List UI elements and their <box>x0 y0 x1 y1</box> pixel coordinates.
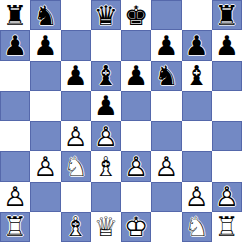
white-rook: ♜♖ <box>215 213 239 240</box>
white-pawn: ♟♙ <box>3 183 27 210</box>
black-knight: ♞ <box>33 2 57 29</box>
square-f1[interactable] <box>151 212 181 242</box>
black-pawn: ♟ <box>154 32 178 59</box>
black-queen: ♛ <box>94 2 118 29</box>
square-e7[interactable] <box>121 30 151 60</box>
chess-board: ♜♞♛♚♜♟♟♟♟♟♟♝♟♞♝♟♟♙♟♙♟♙♞♘♝♗♟♙♟♙♟♙♟♙♟♙♜♖♝♗… <box>0 0 242 242</box>
square-c7[interactable] <box>61 30 91 60</box>
black-pawn: ♟ <box>124 62 148 89</box>
black-pawn: ♟ <box>3 32 27 59</box>
square-e5[interactable] <box>121 91 151 121</box>
square-d1[interactable]: ♛♕ <box>91 212 121 242</box>
square-a3[interactable] <box>0 151 30 181</box>
square-c8[interactable] <box>61 0 91 30</box>
square-h3[interactable] <box>212 151 242 181</box>
black-knight: ♞ <box>154 62 178 89</box>
white-king: ♚♔ <box>124 213 148 240</box>
black-bishop: ♝ <box>94 62 118 89</box>
white-pawn: ♟♙ <box>154 153 178 180</box>
square-e8[interactable]: ♚ <box>121 0 151 30</box>
square-h5[interactable] <box>212 91 242 121</box>
black-pawn: ♟ <box>94 92 118 119</box>
square-e6[interactable]: ♟ <box>121 61 151 91</box>
square-c6[interactable]: ♟ <box>61 61 91 91</box>
square-c2[interactable] <box>61 182 91 212</box>
square-e2[interactable] <box>121 182 151 212</box>
square-a2[interactable]: ♟♙ <box>0 182 30 212</box>
white-pawn: ♟♙ <box>64 123 88 150</box>
square-a5[interactable] <box>0 91 30 121</box>
square-b5[interactable] <box>30 91 60 121</box>
square-e1[interactable]: ♚♔ <box>121 212 151 242</box>
square-f5[interactable] <box>151 91 181 121</box>
black-rook: ♜ <box>3 2 27 29</box>
square-c5[interactable] <box>61 91 91 121</box>
square-h8[interactable]: ♜ <box>212 0 242 30</box>
square-g6[interactable]: ♝ <box>182 61 212 91</box>
square-f7[interactable]: ♟ <box>151 30 181 60</box>
square-c1[interactable]: ♝♗ <box>61 212 91 242</box>
square-f6[interactable]: ♞ <box>151 61 181 91</box>
square-g4[interactable] <box>182 121 212 151</box>
white-rook: ♜♖ <box>3 213 27 240</box>
square-e4[interactable] <box>121 121 151 151</box>
square-a6[interactable] <box>0 61 30 91</box>
black-pawn: ♟ <box>185 32 209 59</box>
square-b2[interactable] <box>30 182 60 212</box>
square-g5[interactable] <box>182 91 212 121</box>
white-knight: ♞♘ <box>64 153 88 180</box>
square-h1[interactable]: ♜♖ <box>212 212 242 242</box>
white-pawn: ♟♙ <box>124 153 148 180</box>
square-d3[interactable]: ♝♗ <box>91 151 121 181</box>
square-d8[interactable]: ♛ <box>91 0 121 30</box>
white-bishop: ♝♗ <box>64 213 88 240</box>
square-f4[interactable] <box>151 121 181 151</box>
square-g2[interactable]: ♟♙ <box>182 182 212 212</box>
square-b7[interactable]: ♟ <box>30 30 60 60</box>
square-h7[interactable]: ♟ <box>212 30 242 60</box>
white-pawn: ♟♙ <box>94 123 118 150</box>
square-a7[interactable]: ♟ <box>0 30 30 60</box>
square-f2[interactable] <box>151 182 181 212</box>
white-pawn: ♟♙ <box>185 183 209 210</box>
black-pawn: ♟ <box>33 32 57 59</box>
chess-board-wrap: ♜♞♛♚♜♟♟♟♟♟♟♝♟♞♝♟♟♙♟♙♟♙♞♘♝♗♟♙♟♙♟♙♟♙♟♙♜♖♝♗… <box>0 0 242 242</box>
square-d7[interactable] <box>91 30 121 60</box>
white-pawn: ♟♙ <box>215 183 239 210</box>
square-a4[interactable] <box>0 121 30 151</box>
square-d4[interactable]: ♟♙ <box>91 121 121 151</box>
square-g3[interactable] <box>182 151 212 181</box>
black-pawn: ♟ <box>215 32 239 59</box>
square-d2[interactable] <box>91 182 121 212</box>
square-e3[interactable]: ♟♙ <box>121 151 151 181</box>
square-b6[interactable] <box>30 61 60 91</box>
square-g8[interactable] <box>182 0 212 30</box>
square-d6[interactable]: ♝ <box>91 61 121 91</box>
square-b1[interactable] <box>30 212 60 242</box>
square-b4[interactable] <box>30 121 60 151</box>
square-b8[interactable]: ♞ <box>30 0 60 30</box>
white-queen: ♛♕ <box>94 213 118 240</box>
square-b3[interactable]: ♟♙ <box>30 151 60 181</box>
square-h4[interactable] <box>212 121 242 151</box>
white-knight: ♞♘ <box>185 213 209 240</box>
square-g1[interactable]: ♞♘ <box>182 212 212 242</box>
black-rook: ♜ <box>215 2 239 29</box>
square-c3[interactable]: ♞♘ <box>61 151 91 181</box>
white-bishop: ♝♗ <box>94 153 118 180</box>
square-a1[interactable]: ♜♖ <box>0 212 30 242</box>
black-bishop: ♝ <box>185 62 209 89</box>
square-a8[interactable]: ♜ <box>0 0 30 30</box>
square-h6[interactable] <box>212 61 242 91</box>
square-f8[interactable] <box>151 0 181 30</box>
square-c4[interactable]: ♟♙ <box>61 121 91 151</box>
white-pawn: ♟♙ <box>33 153 57 180</box>
square-h2[interactable]: ♟♙ <box>212 182 242 212</box>
black-pawn: ♟ <box>64 62 88 89</box>
square-g7[interactable]: ♟ <box>182 30 212 60</box>
black-king: ♚ <box>124 2 148 29</box>
square-f3[interactable]: ♟♙ <box>151 151 181 181</box>
square-d5[interactable]: ♟ <box>91 91 121 121</box>
